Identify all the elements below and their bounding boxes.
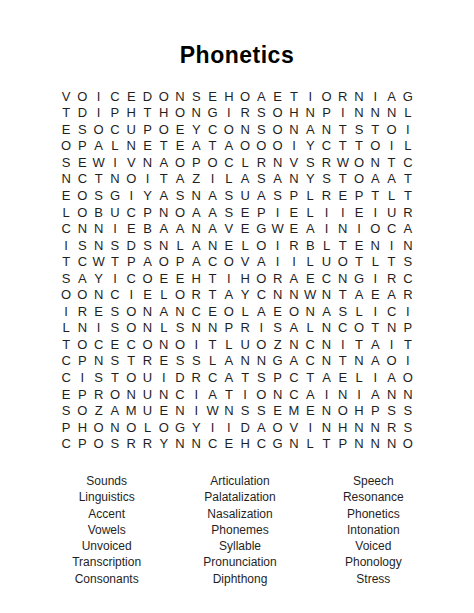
grid-cell[interactable]: S (253, 402, 269, 419)
grid-cell[interactable]: I (123, 287, 139, 304)
grid-cell[interactable]: S (172, 187, 188, 204)
grid-cell[interactable]: O (172, 287, 188, 304)
grid-cell[interactable]: Y (139, 187, 155, 204)
grid-cell[interactable]: N (172, 435, 188, 452)
grid-cell[interactable]: W (91, 154, 107, 171)
grid-cell[interactable]: T (400, 336, 416, 353)
grid-cell[interactable]: L (139, 419, 155, 436)
grid-cell[interactable]: A (253, 88, 269, 105)
grid-cell[interactable]: H (123, 105, 139, 122)
grid-cell[interactable]: I (351, 386, 367, 403)
grid-cell[interactable]: A (367, 171, 383, 188)
grid-cell[interactable]: O (91, 435, 107, 452)
grid-cell[interactable]: E (172, 121, 188, 138)
grid-cell[interactable]: E (286, 204, 302, 221)
grid-cell[interactable]: A (253, 303, 269, 320)
grid-cell[interactable]: N (253, 353, 269, 370)
grid-cell[interactable]: O (221, 253, 237, 270)
grid-cell[interactable]: P (123, 253, 139, 270)
grid-cell[interactable]: O (335, 253, 351, 270)
grid-cell[interactable]: O (172, 154, 188, 171)
grid-cell[interactable]: N (123, 138, 139, 155)
grid-cell[interactable]: I (400, 303, 416, 320)
grid-cell[interactable]: O (237, 88, 253, 105)
grid-cell[interactable]: T (123, 353, 139, 370)
grid-cell[interactable]: P (367, 402, 383, 419)
grid-cell[interactable]: N (74, 220, 90, 237)
grid-cell[interactable]: L (400, 105, 416, 122)
grid-cell[interactable]: P (351, 187, 367, 204)
grid-cell[interactable]: O (172, 336, 188, 353)
grid-cell[interactable]: L (107, 138, 123, 155)
grid-cell[interactable]: A (253, 419, 269, 436)
grid-cell[interactable]: C (302, 353, 318, 370)
grid-cell[interactable]: N (139, 154, 155, 171)
grid-cell[interactable]: V (237, 253, 253, 270)
grid-cell[interactable]: N (91, 287, 107, 304)
grid-cell[interactable]: T (204, 336, 220, 353)
grid-cell[interactable]: I (204, 171, 220, 188)
grid-cell[interactable]: L (351, 303, 367, 320)
grid-cell[interactable]: T (351, 138, 367, 155)
grid-cell[interactable]: O (74, 287, 90, 304)
grid-cell[interactable]: I (188, 386, 204, 403)
grid-cell[interactable]: N (302, 303, 318, 320)
grid-cell[interactable]: S (107, 435, 123, 452)
grid-cell[interactable]: N (318, 287, 334, 304)
grid-cell[interactable]: N (351, 353, 367, 370)
grid-cell[interactable]: R (188, 287, 204, 304)
grid-cell[interactable]: N (188, 320, 204, 337)
grid-cell[interactable]: A (221, 353, 237, 370)
grid-cell[interactable]: O (270, 138, 286, 155)
grid-cell[interactable]: O (156, 121, 172, 138)
grid-cell[interactable]: D (237, 419, 253, 436)
grid-cell[interactable]: L (383, 187, 399, 204)
grid-cell[interactable]: N (237, 353, 253, 370)
grid-cell[interactable]: O (270, 105, 286, 122)
grid-cell[interactable]: R (335, 88, 351, 105)
grid-cell[interactable]: U (123, 121, 139, 138)
grid-cell[interactable]: T (351, 336, 367, 353)
grid-cell[interactable]: I (221, 270, 237, 287)
grid-cell[interactable]: U (139, 402, 155, 419)
grid-cell[interactable]: I (139, 171, 155, 188)
grid-cell[interactable]: T (204, 138, 220, 155)
grid-cell[interactable]: L (318, 237, 334, 254)
grid-cell[interactable]: A (302, 220, 318, 237)
grid-cell[interactable]: N (335, 386, 351, 403)
grid-cell[interactable]: N (91, 353, 107, 370)
grid-cell[interactable]: R (237, 105, 253, 122)
grid-cell[interactable]: T (58, 105, 74, 122)
grid-cell[interactable]: C (123, 270, 139, 287)
grid-cell[interactable]: A (270, 171, 286, 188)
grid-cell[interactable]: H (74, 419, 90, 436)
grid-cell[interactable]: S (253, 121, 269, 138)
grid-cell[interactable]: N (156, 237, 172, 254)
grid-cell[interactable]: L (351, 369, 367, 386)
grid-cell[interactable]: O (123, 369, 139, 386)
grid-cell[interactable]: S (74, 121, 90, 138)
grid-cell[interactable]: O (400, 369, 416, 386)
grid-cell[interactable]: U (383, 204, 399, 221)
grid-cell[interactable]: B (302, 237, 318, 254)
grid-cell[interactable]: C (204, 369, 220, 386)
grid-cell[interactable]: T (204, 287, 220, 304)
grid-cell[interactable]: A (253, 253, 269, 270)
grid-cell[interactable]: C (204, 435, 220, 452)
grid-cell[interactable]: N (286, 435, 302, 452)
grid-cell[interactable]: T (335, 287, 351, 304)
grid-cell[interactable]: S (139, 237, 155, 254)
grid-cell[interactable]: N (221, 402, 237, 419)
grid-cell[interactable]: H (237, 435, 253, 452)
grid-cell[interactable]: C (318, 270, 334, 287)
grid-cell[interactable]: A (400, 220, 416, 237)
grid-cell[interactable]: N (318, 353, 334, 370)
grid-cell[interactable]: T (58, 253, 74, 270)
grid-cell[interactable]: T (58, 336, 74, 353)
grid-cell[interactable]: N (318, 419, 334, 436)
grid-cell[interactable]: I (58, 237, 74, 254)
grid-cell[interactable]: E (156, 270, 172, 287)
grid-cell[interactable]: N (286, 287, 302, 304)
grid-cell[interactable]: Y (237, 287, 253, 304)
grid-cell[interactable]: O (318, 88, 334, 105)
grid-cell[interactable]: T (237, 369, 253, 386)
grid-cell[interactable]: E (221, 435, 237, 452)
grid-cell[interactable]: O (107, 386, 123, 403)
grid-cell[interactable]: A (318, 369, 334, 386)
grid-cell[interactable]: O (383, 353, 399, 370)
grid-cell[interactable]: O (253, 237, 269, 254)
grid-cell[interactable]: A (351, 287, 367, 304)
grid-cell[interactable]: A (204, 204, 220, 221)
grid-cell[interactable]: C (58, 369, 74, 386)
grid-cell[interactable]: G (270, 435, 286, 452)
grid-cell[interactable]: R (286, 237, 302, 254)
grid-cell[interactable]: P (107, 105, 123, 122)
grid-cell[interactable]: Y (302, 171, 318, 188)
grid-cell[interactable]: C (335, 320, 351, 337)
grid-cell[interactable]: O (221, 121, 237, 138)
grid-cell[interactable]: V (286, 419, 302, 436)
grid-cell[interactable]: S (237, 402, 253, 419)
grid-cell[interactable]: I (74, 369, 90, 386)
grid-cell[interactable]: O (123, 320, 139, 337)
grid-cell[interactable]: N (400, 237, 416, 254)
grid-cell[interactable]: N (188, 435, 204, 452)
grid-cell[interactable]: O (367, 138, 383, 155)
grid-cell[interactable]: A (367, 353, 383, 370)
grid-cell[interactable]: I (302, 88, 318, 105)
grid-cell[interactable]: Y (302, 138, 318, 155)
grid-cell[interactable]: O (270, 121, 286, 138)
grid-cell[interactable]: S (383, 402, 399, 419)
grid-cell[interactable]: E (204, 303, 220, 320)
grid-cell[interactable]: O (270, 419, 286, 436)
grid-cell[interactable]: I (318, 204, 334, 221)
grid-cell[interactable]: E (270, 303, 286, 320)
grid-cell[interactable]: N (286, 336, 302, 353)
grid-cell[interactable]: E (58, 386, 74, 403)
grid-cell[interactable]: A (302, 386, 318, 403)
grid-cell[interactable]: W (204, 402, 220, 419)
grid-cell[interactable]: O (351, 154, 367, 171)
grid-cell[interactable]: O (123, 419, 139, 436)
grid-cell[interactable]: A (156, 220, 172, 237)
grid-cell[interactable]: R (383, 419, 399, 436)
grid-cell[interactable]: U (237, 187, 253, 204)
grid-cell[interactable]: C (74, 171, 90, 188)
grid-cell[interactable]: A (139, 253, 155, 270)
grid-cell[interactable]: I (221, 105, 237, 122)
grid-cell[interactable]: C (107, 287, 123, 304)
grid-cell[interactable]: O (253, 138, 269, 155)
grid-cell[interactable]: O (74, 204, 90, 221)
grid-cell[interactable]: O (351, 320, 367, 337)
grid-cell[interactable]: C (58, 435, 74, 452)
grid-cell[interactable]: N (318, 336, 334, 353)
grid-cell[interactable]: A (318, 303, 334, 320)
grid-cell[interactable]: N (286, 121, 302, 138)
grid-cell[interactable]: L (58, 204, 74, 221)
grid-cell[interactable]: R (400, 287, 416, 304)
grid-cell[interactable]: E (335, 187, 351, 204)
grid-cell[interactable]: C (383, 220, 399, 237)
grid-cell[interactable]: N (318, 320, 334, 337)
grid-cell[interactable]: O (172, 204, 188, 221)
grid-cell[interactable]: R (318, 187, 334, 204)
grid-cell[interactable]: T (367, 320, 383, 337)
grid-cell[interactable]: G (270, 353, 286, 370)
grid-cell[interactable]: I (335, 204, 351, 221)
grid-cell[interactable]: I (286, 253, 302, 270)
grid-cell[interactable]: N (318, 121, 334, 138)
grid-cell[interactable]: N (383, 105, 399, 122)
grid-cell[interactable]: Y (91, 270, 107, 287)
grid-cell[interactable]: S (172, 353, 188, 370)
grid-cell[interactable]: Y (188, 121, 204, 138)
grid-cell[interactable]: I (383, 138, 399, 155)
grid-cell[interactable]: E (286, 220, 302, 237)
grid-cell[interactable]: N (351, 419, 367, 436)
grid-cell[interactable]: N (335, 270, 351, 287)
grid-cell[interactable]: P (188, 154, 204, 171)
grid-cell[interactable]: N (91, 237, 107, 254)
grid-cell[interactable]: P (400, 320, 416, 337)
grid-cell[interactable]: Z (188, 171, 204, 188)
grid-cell[interactable]: N (172, 88, 188, 105)
grid-cell[interactable]: N (383, 320, 399, 337)
grid-cell[interactable]: E (302, 270, 318, 287)
grid-cell[interactable]: H (351, 402, 367, 419)
grid-cell[interactable]: T (400, 187, 416, 204)
grid-cell[interactable]: I (286, 138, 302, 155)
grid-cell[interactable]: U (318, 253, 334, 270)
grid-cell[interactable]: T (221, 386, 237, 403)
grid-cell[interactable]: A (188, 253, 204, 270)
grid-cell[interactable]: R (383, 270, 399, 287)
grid-cell[interactable]: E (123, 220, 139, 237)
grid-cell[interactable]: O (156, 419, 172, 436)
grid-cell[interactable]: P (139, 121, 155, 138)
grid-cell[interactable]: T (335, 353, 351, 370)
grid-cell[interactable]: O (139, 270, 155, 287)
grid-cell[interactable]: A (107, 402, 123, 419)
grid-cell[interactable]: A (383, 369, 399, 386)
grid-cell[interactable]: N (367, 435, 383, 452)
grid-cell[interactable]: S (335, 303, 351, 320)
grid-cell[interactable]: I (351, 220, 367, 237)
grid-cell[interactable]: T (286, 88, 302, 105)
grid-cell[interactable]: R (123, 435, 139, 452)
grid-cell[interactable]: H (237, 270, 253, 287)
grid-cell[interactable]: O (91, 419, 107, 436)
grid-cell[interactable]: C (123, 336, 139, 353)
grid-cell[interactable]: N (204, 320, 220, 337)
grid-cell[interactable]: C (204, 121, 220, 138)
grid-cell[interactable]: N (383, 386, 399, 403)
grid-cell[interactable]: P (221, 320, 237, 337)
grid-cell[interactable]: A (302, 121, 318, 138)
grid-cell[interactable]: T (383, 253, 399, 270)
grid-cell[interactable]: O (335, 402, 351, 419)
grid-cell[interactable]: E (91, 303, 107, 320)
grid-cell[interactable]: N (204, 237, 220, 254)
grid-cell[interactable]: I (123, 187, 139, 204)
grid-cell[interactable]: C (107, 88, 123, 105)
grid-cell[interactable]: N (383, 435, 399, 452)
grid-cell[interactable]: C (58, 353, 74, 370)
grid-cell[interactable]: L (172, 237, 188, 254)
grid-cell[interactable]: N (367, 237, 383, 254)
grid-cell[interactable]: O (367, 220, 383, 237)
grid-cell[interactable]: P (253, 204, 269, 221)
grid-cell[interactable]: N (188, 105, 204, 122)
grid-cell[interactable]: A (286, 353, 302, 370)
grid-cell[interactable]: N (172, 402, 188, 419)
grid-cell[interactable]: O (383, 121, 399, 138)
grid-cell[interactable]: E (221, 237, 237, 254)
grid-cell[interactable]: I (367, 270, 383, 287)
grid-cell[interactable]: Y (188, 419, 204, 436)
grid-cell[interactable]: T (335, 121, 351, 138)
grid-cell[interactable]: N (367, 419, 383, 436)
grid-cell[interactable]: R (400, 204, 416, 221)
grid-cell[interactable]: A (188, 204, 204, 221)
grid-cell[interactable]: W (302, 287, 318, 304)
grid-cell[interactable]: I (367, 303, 383, 320)
grid-cell[interactable]: L (237, 303, 253, 320)
grid-cell[interactable]: C (58, 220, 74, 237)
grid-cell[interactable]: N (351, 435, 367, 452)
grid-cell[interactable]: A (188, 138, 204, 155)
grid-cell[interactable]: A (383, 88, 399, 105)
grid-cell[interactable]: Z (91, 402, 107, 419)
grid-cell[interactable]: N (335, 220, 351, 237)
grid-cell[interactable]: N (270, 154, 286, 171)
grid-cell[interactable]: S (400, 402, 416, 419)
grid-cell[interactable]: I (270, 253, 286, 270)
grid-cell[interactable]: E (237, 204, 253, 221)
grid-cell[interactable]: U (237, 336, 253, 353)
grid-cell[interactable]: E (172, 138, 188, 155)
grid-cell[interactable]: C (286, 386, 302, 403)
grid-cell[interactable]: E (58, 121, 74, 138)
grid-cell[interactable]: E (123, 88, 139, 105)
grid-cell[interactable]: P (74, 386, 90, 403)
grid-cell[interactable]: L (58, 320, 74, 337)
grid-cell[interactable]: S (58, 402, 74, 419)
grid-cell[interactable]: S (253, 369, 269, 386)
grid-cell[interactable]: H (188, 270, 204, 287)
grid-cell[interactable]: R (74, 303, 90, 320)
grid-cell[interactable]: H (335, 419, 351, 436)
grid-cell[interactable]: A (172, 171, 188, 188)
grid-cell[interactable]: S (188, 353, 204, 370)
grid-cell[interactable]: S (107, 237, 123, 254)
grid-cell[interactable]: W (91, 253, 107, 270)
grid-cell[interactable]: E (237, 220, 253, 237)
grid-cell[interactable]: S (74, 237, 90, 254)
grid-cell[interactable]: L (204, 353, 220, 370)
grid-cell[interactable]: S (221, 187, 237, 204)
grid-cell[interactable]: L (302, 320, 318, 337)
grid-cell[interactable]: N (318, 402, 334, 419)
grid-cell[interactable]: P (58, 419, 74, 436)
grid-cell[interactable]: N (123, 386, 139, 403)
grid-cell[interactable]: A (172, 220, 188, 237)
grid-cell[interactable]: C (383, 303, 399, 320)
grid-cell[interactable]: N (188, 187, 204, 204)
grid-cell[interactable]: O (172, 105, 188, 122)
grid-cell[interactable]: E (351, 204, 367, 221)
grid-cell[interactable]: U (139, 386, 155, 403)
grid-cell[interactable]: O (156, 88, 172, 105)
grid-cell[interactable]: O (123, 171, 139, 188)
grid-cell[interactable]: O (58, 287, 74, 304)
grid-cell[interactable]: M (286, 402, 302, 419)
grid-cell[interactable]: H (221, 88, 237, 105)
grid-cell[interactable]: E (302, 402, 318, 419)
grid-cell[interactable]: S (91, 187, 107, 204)
grid-cell[interactable]: C (91, 336, 107, 353)
grid-cell[interactable]: G (172, 419, 188, 436)
grid-cell[interactable]: D (74, 105, 90, 122)
grid-cell[interactable]: V (58, 88, 74, 105)
grid-cell[interactable]: O (351, 171, 367, 188)
grid-cell[interactable]: T (383, 154, 399, 171)
grid-cell[interactable]: Y (156, 435, 172, 452)
grid-cell[interactable]: O (204, 154, 220, 171)
grid-cell[interactable]: A (204, 220, 220, 237)
grid-cell[interactable]: T (400, 171, 416, 188)
grid-cell[interactable]: S (270, 320, 286, 337)
grid-cell[interactable]: A (156, 303, 172, 320)
grid-cell[interactable]: E (74, 154, 90, 171)
grid-cell[interactable]: I (156, 369, 172, 386)
grid-cell[interactable]: P (286, 187, 302, 204)
grid-cell[interactable]: G (351, 270, 367, 287)
grid-cell[interactable]: I (107, 270, 123, 287)
grid-cell[interactable]: H (286, 105, 302, 122)
grid-cell[interactable]: O (221, 303, 237, 320)
grid-cell[interactable]: I (270, 237, 286, 254)
grid-cell[interactable]: I (107, 220, 123, 237)
grid-cell[interactable]: R (253, 154, 269, 171)
